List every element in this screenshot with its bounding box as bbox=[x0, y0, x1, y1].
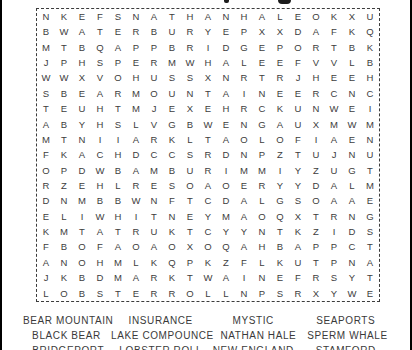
grid-cell: D bbox=[73, 163, 91, 178]
grid-cell: O bbox=[73, 255, 91, 270]
grid-cell: H bbox=[217, 101, 235, 116]
grid-cell: Y bbox=[343, 270, 361, 285]
grid-cell: A bbox=[217, 86, 235, 101]
grid-cell: A bbox=[235, 209, 253, 224]
grid-cell: Y bbox=[289, 178, 307, 193]
grid-cell: K bbox=[163, 270, 181, 285]
grid-cell: U bbox=[307, 147, 325, 162]
grid-cell: H bbox=[91, 255, 109, 270]
grid-cell: R bbox=[235, 101, 253, 116]
grid-cell: O bbox=[127, 240, 145, 255]
grid-cell: A bbox=[73, 147, 91, 162]
grid-cell: M bbox=[235, 163, 253, 178]
grid-cell: T bbox=[109, 286, 127, 301]
word-list-item: NEW ENGLAND bbox=[207, 345, 300, 350]
grid-cell: K bbox=[343, 24, 361, 39]
grid-cell: M bbox=[145, 163, 163, 178]
grid-cell: B bbox=[91, 193, 109, 208]
grid-cell: P bbox=[271, 40, 289, 55]
grid-cell: N bbox=[55, 193, 73, 208]
word-list-item: MYSTIC bbox=[207, 315, 300, 326]
grid-cell: R bbox=[145, 132, 163, 147]
grid-cell: H bbox=[199, 55, 217, 70]
grid-cell: R bbox=[199, 147, 217, 162]
grid-cell: W bbox=[181, 55, 199, 70]
grid-cell: L bbox=[271, 9, 289, 24]
grid-cell: N bbox=[253, 270, 271, 285]
grid-cell: H bbox=[109, 147, 127, 162]
grid-cell: H bbox=[253, 240, 271, 255]
grid-cell: U bbox=[181, 163, 199, 178]
grid-cell: E bbox=[73, 178, 91, 193]
grid-cell: W bbox=[343, 117, 361, 132]
grid-cell: B bbox=[55, 117, 73, 132]
grid-cell: I bbox=[217, 163, 235, 178]
grid-cell: M bbox=[127, 101, 145, 116]
grid-cell: F bbox=[235, 255, 253, 270]
grid-cell: O bbox=[181, 178, 199, 193]
grid-cell: O bbox=[55, 286, 73, 301]
grid-cell: I bbox=[127, 209, 145, 224]
word-list-item: BLACK BEAR bbox=[22, 330, 111, 341]
grid-cell: Z bbox=[55, 178, 73, 193]
grid-cell: H bbox=[181, 9, 199, 24]
grid-cell: Z bbox=[307, 163, 325, 178]
grid-cell: T bbox=[307, 209, 325, 224]
word-list-item: SPERM WHALE bbox=[303, 330, 392, 341]
grid-cell: R bbox=[37, 178, 55, 193]
grid-cell: T bbox=[109, 224, 127, 239]
image-left-edge-bar bbox=[0, 0, 2, 350]
grid-cell: R bbox=[163, 286, 181, 301]
grid-cell: E bbox=[343, 101, 361, 116]
grid-cell: L bbox=[181, 132, 199, 147]
grid-cell: O bbox=[199, 240, 217, 255]
grid-cell: L bbox=[217, 286, 235, 301]
grid-cell: S bbox=[91, 55, 109, 70]
grid-cell: B bbox=[73, 286, 91, 301]
grid-cell: M bbox=[55, 224, 73, 239]
grid-cell: G bbox=[163, 117, 181, 132]
grid-cell: T bbox=[361, 240, 379, 255]
grid-cell: A bbox=[127, 270, 145, 285]
grid-cell: M bbox=[361, 178, 379, 193]
grid-cell: X bbox=[199, 70, 217, 85]
grid-cell: E bbox=[181, 209, 199, 224]
grid-cell: Q bbox=[91, 40, 109, 55]
grid-cell: B bbox=[271, 240, 289, 255]
grid-cell: T bbox=[181, 270, 199, 285]
grid-cell: T bbox=[163, 9, 181, 24]
grid-cell: A bbox=[325, 193, 343, 208]
word-list-item: SEAPORTS bbox=[300, 315, 393, 326]
grid-cell: K bbox=[199, 255, 217, 270]
grid-cell: B bbox=[163, 40, 181, 55]
grid-cell: H bbox=[361, 70, 379, 85]
grid-cell: A bbox=[253, 9, 271, 24]
grid-cell: U bbox=[163, 86, 181, 101]
word-list-item: STAMFORD bbox=[300, 345, 393, 350]
grid-cell: J bbox=[325, 147, 343, 162]
grid-cell: U bbox=[163, 24, 181, 39]
grid-cell: Q bbox=[217, 240, 235, 255]
grid-cell: E bbox=[73, 86, 91, 101]
grid-cell: L bbox=[109, 178, 127, 193]
grid-cell: S bbox=[91, 286, 109, 301]
grid-cell: M bbox=[37, 132, 55, 147]
grid-cell: R bbox=[307, 86, 325, 101]
grid-cell: G bbox=[343, 163, 361, 178]
grid-cell: Z bbox=[271, 147, 289, 162]
grid-cell: E bbox=[361, 286, 379, 301]
grid-cell: A bbox=[199, 178, 217, 193]
grid-cell: Y bbox=[217, 224, 235, 239]
grid-cell: B bbox=[55, 86, 73, 101]
grid-cell: T bbox=[199, 86, 217, 101]
grid-cell: F bbox=[163, 193, 181, 208]
grid-cell: C bbox=[325, 86, 343, 101]
grid-cell: E bbox=[361, 193, 379, 208]
grid-cell: N bbox=[73, 132, 91, 147]
grid-cell: A bbox=[109, 240, 127, 255]
grid-cell: R bbox=[181, 24, 199, 39]
grid-cell: N bbox=[235, 286, 253, 301]
grid-cell: B bbox=[73, 270, 91, 285]
grid-cell: T bbox=[181, 224, 199, 239]
word-list: BEAR MOUNTAININSURANCEMYSTICSEAPORTSBLAC… bbox=[22, 313, 392, 350]
cutoff-title-fragment bbox=[224, 0, 229, 3]
grid-cell: L bbox=[343, 55, 361, 70]
grid-cell: A bbox=[361, 255, 379, 270]
grid-cell: N bbox=[127, 9, 145, 24]
grid-cell: M bbox=[253, 163, 271, 178]
grid-cell: B bbox=[163, 163, 181, 178]
grid-cell: K bbox=[271, 101, 289, 116]
grid-cell: A bbox=[37, 255, 55, 270]
grid-cell: R bbox=[307, 270, 325, 285]
grid-cell: R bbox=[127, 178, 145, 193]
grid-cell: X bbox=[289, 209, 307, 224]
grid-cell: V bbox=[307, 55, 325, 70]
grid-cell: A bbox=[127, 132, 145, 147]
grid-cell: O bbox=[307, 9, 325, 24]
grid-cell: M bbox=[163, 55, 181, 70]
grid-cell: X bbox=[271, 24, 289, 39]
grid-cell: N bbox=[307, 101, 325, 116]
grid-cell: C bbox=[361, 86, 379, 101]
grid-cell: P bbox=[55, 163, 73, 178]
grid-cell: P bbox=[253, 286, 271, 301]
word-list-item: BRIDGEPORT bbox=[22, 345, 115, 350]
grid-cell: Z bbox=[307, 224, 325, 239]
grid-cell: A bbox=[307, 24, 325, 39]
grid-cell: K bbox=[289, 224, 307, 239]
grid-cell: A bbox=[127, 163, 145, 178]
grid-cell: N bbox=[217, 70, 235, 85]
grid-cell: U bbox=[289, 255, 307, 270]
grid-cell: T bbox=[307, 255, 325, 270]
grid-cell: R bbox=[307, 40, 325, 55]
grid-cell: D bbox=[37, 193, 55, 208]
grid-cell: W bbox=[91, 209, 109, 224]
grid-cell: L bbox=[37, 286, 55, 301]
grid-cell: T bbox=[73, 224, 91, 239]
grid-cell: S bbox=[289, 193, 307, 208]
grid-cell: G bbox=[253, 117, 271, 132]
grid-cell: H bbox=[73, 55, 91, 70]
word-search-grid: NKEFSNATHANHALEOKXUBWATERBURYEPXXDAFKQMT… bbox=[36, 8, 380, 302]
grid-cell: A bbox=[325, 178, 343, 193]
grid-cell: C bbox=[145, 147, 163, 162]
grid-cell: H bbox=[109, 209, 127, 224]
grid-cell: E bbox=[289, 9, 307, 24]
grid-cell: E bbox=[199, 101, 217, 116]
grid-cell: A bbox=[217, 270, 235, 285]
grid-cell: A bbox=[325, 132, 343, 147]
grid-cell: G bbox=[361, 209, 379, 224]
grid-cell: M bbox=[109, 255, 127, 270]
grid-cell: L bbox=[199, 286, 217, 301]
grid-cell: C bbox=[253, 101, 271, 116]
grid-cell: N bbox=[55, 255, 73, 270]
grid-cell: X bbox=[181, 240, 199, 255]
grid-cell: R bbox=[127, 24, 145, 39]
grid-cell: U bbox=[325, 163, 343, 178]
grid-cell: K bbox=[55, 270, 73, 285]
grid-cell: T bbox=[55, 132, 73, 147]
grid-cell: M bbox=[217, 209, 235, 224]
grid-cell: L bbox=[127, 255, 145, 270]
grid-cell: B bbox=[73, 40, 91, 55]
grid-cell: D bbox=[127, 147, 145, 162]
grid-cell: I bbox=[235, 86, 253, 101]
grid-cell: F bbox=[91, 240, 109, 255]
grid-cell: J bbox=[37, 55, 55, 70]
grid-cell: S bbox=[181, 147, 199, 162]
grid-cell: A bbox=[37, 117, 55, 132]
grid-cell: F bbox=[37, 240, 55, 255]
grid-cell: T bbox=[199, 132, 217, 147]
grid-cell: Q bbox=[163, 255, 181, 270]
grid-cell: J bbox=[37, 270, 55, 285]
grid-cell: T bbox=[181, 193, 199, 208]
grid-cell: S bbox=[181, 70, 199, 85]
grid-cell: T bbox=[289, 147, 307, 162]
grid-cell: Y bbox=[199, 209, 217, 224]
grid-cell: G bbox=[235, 40, 253, 55]
grid-cell: A bbox=[199, 9, 217, 24]
grid-cell: O bbox=[109, 70, 127, 85]
grid-cell: Q bbox=[361, 24, 379, 39]
grid-cell: X bbox=[253, 24, 271, 39]
grid-cell: R bbox=[127, 224, 145, 239]
grid-cell: I bbox=[307, 132, 325, 147]
grid-cell: D bbox=[343, 224, 361, 239]
grid-cell: N bbox=[343, 86, 361, 101]
grid-cell: U bbox=[361, 9, 379, 24]
grid-cell: B bbox=[37, 24, 55, 39]
grid-cell: E bbox=[127, 55, 145, 70]
grid-cell: A bbox=[271, 117, 289, 132]
grid-cell: H bbox=[91, 101, 109, 116]
grid-cell: L bbox=[127, 117, 145, 132]
grid-cell: O bbox=[145, 86, 163, 101]
grid-cell: I bbox=[199, 40, 217, 55]
word-list-row: BRIDGEPORTLOBSTER ROLLNEW ENGLANDSTAMFOR… bbox=[22, 343, 392, 350]
grid-cell: B bbox=[109, 163, 127, 178]
grid-cell: E bbox=[217, 24, 235, 39]
grid-cell: S bbox=[109, 117, 127, 132]
grid-cell: N bbox=[181, 86, 199, 101]
grid-cell: N bbox=[235, 147, 253, 162]
grid-cell: E bbox=[271, 270, 289, 285]
grid-cell: D bbox=[217, 193, 235, 208]
grid-cell: E bbox=[145, 178, 163, 193]
grid-cell: K bbox=[163, 224, 181, 239]
grid-cell: B bbox=[361, 55, 379, 70]
grid-cell: F bbox=[289, 55, 307, 70]
grid-cell: N bbox=[343, 147, 361, 162]
grid-cell: C bbox=[163, 147, 181, 162]
grid-cell: D bbox=[217, 40, 235, 55]
grid-cell: R bbox=[289, 286, 307, 301]
grid-cell: K bbox=[55, 147, 73, 162]
word-list-row: BLACK BEARLAKE COMPOUNCENATHAN HALESPERM… bbox=[22, 328, 392, 343]
grid-cell: H bbox=[91, 178, 109, 193]
grid-cell: G bbox=[271, 193, 289, 208]
grid-cell: O bbox=[235, 132, 253, 147]
grid-cell: T bbox=[145, 209, 163, 224]
grid-cell: K bbox=[361, 40, 379, 55]
grid-cell: H bbox=[235, 9, 253, 24]
grid-cell: H bbox=[307, 70, 325, 85]
grid-cell: O bbox=[163, 240, 181, 255]
grid-cell: E bbox=[343, 70, 361, 85]
grid-cell: U bbox=[289, 117, 307, 132]
grid-cell: O bbox=[37, 163, 55, 178]
grid-cell: K bbox=[271, 255, 289, 270]
grid-cell: M bbox=[325, 117, 343, 132]
grid-cell: I bbox=[235, 270, 253, 285]
grid-cell: O bbox=[253, 209, 271, 224]
grid-cell: U bbox=[145, 70, 163, 85]
grid-cell: P bbox=[307, 240, 325, 255]
grid-cell: W bbox=[127, 193, 145, 208]
grid-cell: R bbox=[325, 209, 343, 224]
grid-cell: S bbox=[361, 224, 379, 239]
grid-cell: U bbox=[73, 101, 91, 116]
grid-cell: Y bbox=[199, 24, 217, 39]
grid-cell: R bbox=[199, 163, 217, 178]
grid-cell: A bbox=[145, 9, 163, 24]
grid-cell: I bbox=[91, 132, 109, 147]
grid-cell: T bbox=[271, 224, 289, 239]
grid-cell: N bbox=[361, 132, 379, 147]
grid-cell: U bbox=[145, 224, 163, 239]
grid-cell: B bbox=[55, 240, 73, 255]
grid-cell: A bbox=[217, 55, 235, 70]
grid-cell: E bbox=[325, 70, 343, 85]
grid-cell: S bbox=[163, 70, 181, 85]
grid-cell: A bbox=[235, 240, 253, 255]
grid-cell: T bbox=[55, 40, 73, 55]
grid-cell: E bbox=[289, 86, 307, 101]
grid-cell: L bbox=[235, 55, 253, 70]
grid-cell: S bbox=[37, 86, 55, 101]
grid-cell: F bbox=[325, 24, 343, 39]
grid-cell: K bbox=[55, 9, 73, 24]
grid-cell: E bbox=[55, 101, 73, 116]
grid-cell: Y bbox=[235, 224, 253, 239]
grid-cell: A bbox=[109, 40, 127, 55]
grid-cell: K bbox=[163, 132, 181, 147]
word-list-item: INSURANCE bbox=[115, 315, 208, 326]
grid-cell: N bbox=[37, 9, 55, 24]
grid-cell: R bbox=[109, 86, 127, 101]
grid-cell: A bbox=[145, 240, 163, 255]
grid-cell: Y bbox=[73, 117, 91, 132]
grid-cell: Y bbox=[289, 163, 307, 178]
grid-cell: P bbox=[145, 40, 163, 55]
grid-cell: R bbox=[253, 178, 271, 193]
word-list-item: LAKE COMPOUNCE bbox=[111, 330, 214, 341]
grid-cell: N bbox=[253, 224, 271, 239]
grid-cell: T bbox=[325, 40, 343, 55]
grid-cell: E bbox=[253, 40, 271, 55]
grid-cell: P bbox=[109, 55, 127, 70]
grid-cell: J bbox=[289, 70, 307, 85]
grid-cell: H bbox=[127, 70, 145, 85]
grid-cell: I bbox=[73, 209, 91, 224]
grid-cell: U bbox=[361, 147, 379, 162]
grid-cell: O bbox=[307, 193, 325, 208]
grid-cell: P bbox=[235, 24, 253, 39]
grid-cell: V bbox=[145, 117, 163, 132]
grid-cell: R bbox=[181, 40, 199, 55]
grid-cell: E bbox=[37, 209, 55, 224]
grid-cell: X bbox=[307, 117, 325, 132]
grid-cell: I bbox=[361, 101, 379, 116]
grid-cell: B bbox=[181, 117, 199, 132]
grid-cell: W bbox=[325, 101, 343, 116]
grid-cell: F bbox=[289, 132, 307, 147]
grid-cell: P bbox=[55, 55, 73, 70]
grid-cell: R bbox=[145, 270, 163, 285]
grid-cell: W bbox=[199, 270, 217, 285]
grid-cell: W bbox=[199, 117, 217, 132]
grid-cell: R bbox=[271, 70, 289, 85]
grid-cell: X bbox=[181, 101, 199, 116]
grid-cell: D bbox=[91, 270, 109, 285]
word-list-row: BEAR MOUNTAININSURANCEMYSTICSEAPORTS bbox=[22, 313, 392, 328]
grid-cell: I bbox=[109, 132, 127, 147]
grid-cell: O bbox=[73, 240, 91, 255]
grid-cell: S bbox=[271, 286, 289, 301]
grid-cell: S bbox=[325, 270, 343, 285]
grid-cell: M bbox=[37, 40, 55, 55]
grid-cell: P bbox=[325, 240, 343, 255]
grid-cell: M bbox=[127, 86, 145, 101]
grid-cell: I bbox=[271, 163, 289, 178]
grid-cell: V bbox=[325, 55, 343, 70]
grid-cell: P bbox=[127, 40, 145, 55]
grid-cell: T bbox=[91, 24, 109, 39]
grid-cell: K bbox=[37, 224, 55, 239]
grid-cell: N bbox=[163, 209, 181, 224]
grid-cell: I bbox=[325, 224, 343, 239]
grid-cell: C bbox=[343, 240, 361, 255]
grid-cell: T bbox=[37, 101, 55, 116]
